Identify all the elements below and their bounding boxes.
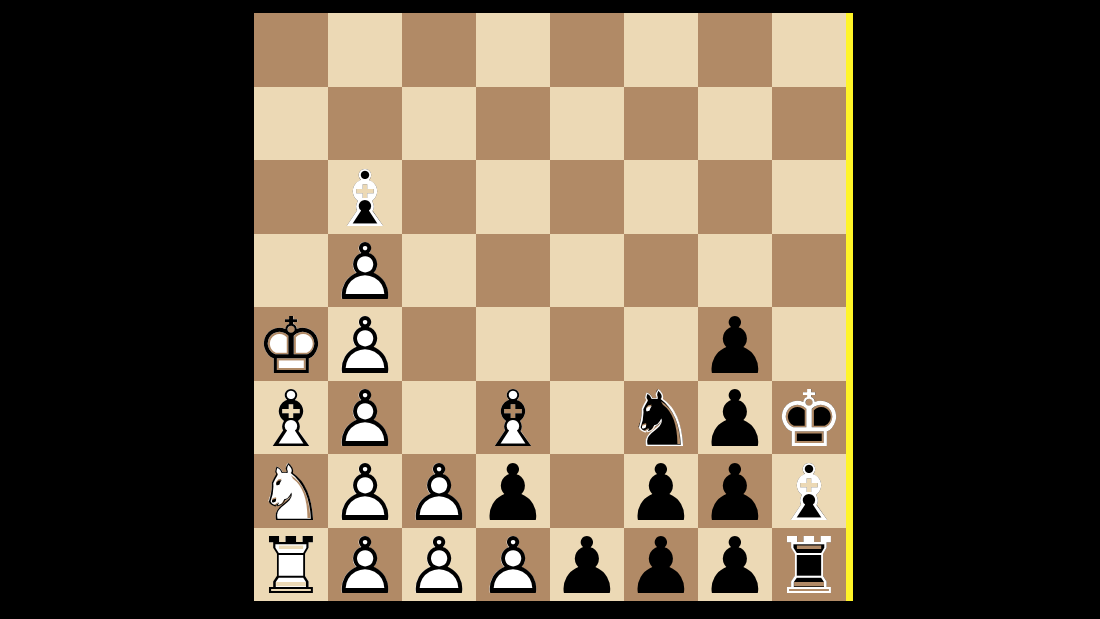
piece-white-pawn[interactable]: ♟♙ bbox=[402, 454, 476, 528]
square-c5[interactable] bbox=[402, 234, 476, 308]
square-b3[interactable]: ♟♙ bbox=[328, 381, 402, 455]
white-pawn-outline: ♙ bbox=[328, 234, 402, 308]
black-rook-outline: ♖ bbox=[772, 528, 846, 602]
square-h1[interactable]: ♜♖ bbox=[772, 528, 846, 602]
square-e7[interactable] bbox=[550, 87, 624, 161]
white-pawn-glyph: ♟ bbox=[328, 234, 402, 308]
white-pawn-glyph: ♟ bbox=[328, 528, 402, 602]
white-pawn-glyph: ♟ bbox=[328, 454, 402, 528]
black-king-glyph: ♚ bbox=[772, 381, 846, 455]
black-bishop-outline: ♗ bbox=[772, 454, 846, 528]
square-f3[interactable]: ♞♘ bbox=[624, 381, 698, 455]
piece-black-pawn[interactable]: ♟ bbox=[550, 528, 624, 602]
piece-white-bishop[interactable]: ♝♗ bbox=[476, 381, 550, 455]
black-bishop-glyph: ♝ bbox=[328, 160, 402, 234]
square-h4[interactable] bbox=[772, 307, 846, 381]
square-e5[interactable] bbox=[550, 234, 624, 308]
square-c6[interactable] bbox=[402, 160, 476, 234]
square-d6[interactable] bbox=[476, 160, 550, 234]
black-pawn-glyph: ♟ bbox=[550, 528, 624, 602]
square-d5[interactable] bbox=[476, 234, 550, 308]
piece-white-pawn[interactable]: ♟♙ bbox=[402, 528, 476, 602]
piece-black-bishop[interactable]: ♝♗ bbox=[772, 454, 846, 528]
square-g3[interactable]: ♟ bbox=[698, 381, 772, 455]
square-b8[interactable] bbox=[328, 13, 402, 87]
screen: ♝♗♟♙♚♔♟♙♟♝♗♟♙♝♗♞♘♟♚♔♞♘♟♙♟♙♟♟♟♝♗♜♖♟♙♟♙♟♙♟… bbox=[0, 0, 1100, 619]
square-a3[interactable]: ♝♗ bbox=[254, 381, 328, 455]
square-a6[interactable] bbox=[254, 160, 328, 234]
square-h8[interactable] bbox=[772, 13, 846, 87]
white-bishop-outline: ♗ bbox=[476, 381, 550, 455]
square-b4[interactable]: ♟♙ bbox=[328, 307, 402, 381]
chess-board: ♝♗♟♙♚♔♟♙♟♝♗♟♙♝♗♞♘♟♚♔♞♘♟♙♟♙♟♟♟♝♗♜♖♟♙♟♙♟♙♟… bbox=[254, 13, 846, 601]
black-bishop-outline: ♗ bbox=[328, 160, 402, 234]
black-knight-glyph: ♞ bbox=[624, 381, 698, 455]
black-pawn-glyph: ♟ bbox=[624, 528, 698, 602]
square-b7[interactable] bbox=[328, 87, 402, 161]
white-pawn-outline: ♙ bbox=[328, 307, 402, 381]
piece-black-king[interactable]: ♚♔ bbox=[772, 381, 846, 455]
black-pawn-glyph: ♟ bbox=[698, 307, 772, 381]
square-g7[interactable] bbox=[698, 87, 772, 161]
square-h5[interactable] bbox=[772, 234, 846, 308]
white-pawn-glyph: ♟ bbox=[402, 454, 476, 528]
piece-white-pawn[interactable]: ♟♙ bbox=[328, 381, 402, 455]
square-a4[interactable]: ♚♔ bbox=[254, 307, 328, 381]
black-king-outline: ♔ bbox=[772, 381, 846, 455]
white-king-outline: ♔ bbox=[254, 307, 328, 381]
square-g2[interactable]: ♟ bbox=[698, 454, 772, 528]
square-d2[interactable]: ♟ bbox=[476, 454, 550, 528]
white-knight-glyph: ♞ bbox=[254, 454, 328, 528]
piece-white-pawn[interactable]: ♟♙ bbox=[328, 528, 402, 602]
white-pawn-outline: ♙ bbox=[402, 454, 476, 528]
square-e3[interactable] bbox=[550, 381, 624, 455]
square-d1[interactable]: ♟♙ bbox=[476, 528, 550, 602]
piece-white-king[interactable]: ♚♔ bbox=[254, 307, 328, 381]
square-a7[interactable] bbox=[254, 87, 328, 161]
piece-white-rook[interactable]: ♜♖ bbox=[254, 528, 328, 602]
square-e6[interactable] bbox=[550, 160, 624, 234]
white-pawn-outline: ♙ bbox=[402, 528, 476, 602]
square-c4[interactable] bbox=[402, 307, 476, 381]
white-knight-outline: ♘ bbox=[254, 454, 328, 528]
piece-black-pawn[interactable]: ♟ bbox=[698, 528, 772, 602]
square-a2[interactable]: ♞♘ bbox=[254, 454, 328, 528]
white-pawn-outline: ♙ bbox=[328, 454, 402, 528]
square-b2[interactable]: ♟♙ bbox=[328, 454, 402, 528]
board-right-highlight-stripe bbox=[846, 13, 853, 601]
white-rook-outline: ♖ bbox=[254, 528, 328, 602]
square-e4[interactable] bbox=[550, 307, 624, 381]
white-pawn-outline: ♙ bbox=[328, 381, 402, 455]
white-pawn-glyph: ♟ bbox=[476, 528, 550, 602]
black-bishop-glyph: ♝ bbox=[772, 454, 846, 528]
piece-white-bishop[interactable]: ♝♗ bbox=[254, 381, 328, 455]
piece-black-bishop[interactable]: ♝♗ bbox=[328, 160, 402, 234]
square-g1[interactable]: ♟ bbox=[698, 528, 772, 602]
square-h6[interactable] bbox=[772, 160, 846, 234]
piece-black-pawn[interactable]: ♟ bbox=[476, 454, 550, 528]
square-f5[interactable] bbox=[624, 234, 698, 308]
white-pawn-glyph: ♟ bbox=[328, 381, 402, 455]
piece-black-rook[interactable]: ♜♖ bbox=[772, 528, 846, 602]
square-c2[interactable]: ♟♙ bbox=[402, 454, 476, 528]
black-pawn-glyph: ♟ bbox=[476, 454, 550, 528]
square-g8[interactable] bbox=[698, 13, 772, 87]
piece-black-pawn[interactable]: ♟ bbox=[698, 381, 772, 455]
piece-white-pawn[interactable]: ♟♙ bbox=[476, 528, 550, 602]
square-f8[interactable] bbox=[624, 13, 698, 87]
square-d7[interactable] bbox=[476, 87, 550, 161]
square-d8[interactable] bbox=[476, 13, 550, 87]
piece-white-pawn[interactable]: ♟♙ bbox=[328, 454, 402, 528]
piece-white-pawn[interactable]: ♟♙ bbox=[328, 307, 402, 381]
white-rook-glyph: ♜ bbox=[254, 528, 328, 602]
white-bishop-glyph: ♝ bbox=[254, 381, 328, 455]
black-pawn-glyph: ♟ bbox=[698, 454, 772, 528]
white-pawn-outline: ♙ bbox=[328, 528, 402, 602]
square-a8[interactable] bbox=[254, 13, 328, 87]
white-bishop-glyph: ♝ bbox=[476, 381, 550, 455]
square-g4[interactable]: ♟ bbox=[698, 307, 772, 381]
square-f4[interactable] bbox=[624, 307, 698, 381]
black-pawn-glyph: ♟ bbox=[698, 528, 772, 602]
piece-black-pawn[interactable]: ♟ bbox=[624, 454, 698, 528]
piece-black-pawn[interactable]: ♟ bbox=[698, 307, 772, 381]
piece-white-knight[interactable]: ♞♘ bbox=[254, 454, 328, 528]
square-f2[interactable]: ♟ bbox=[624, 454, 698, 528]
white-bishop-outline: ♗ bbox=[254, 381, 328, 455]
white-king-glyph: ♚ bbox=[254, 307, 328, 381]
square-b6[interactable]: ♝♗ bbox=[328, 160, 402, 234]
piece-black-pawn[interactable]: ♟ bbox=[624, 528, 698, 602]
square-b5[interactable]: ♟♙ bbox=[328, 234, 402, 308]
black-pawn-glyph: ♟ bbox=[624, 454, 698, 528]
square-g6[interactable] bbox=[698, 160, 772, 234]
square-g5[interactable] bbox=[698, 234, 772, 308]
square-h7[interactable] bbox=[772, 87, 846, 161]
square-c3[interactable] bbox=[402, 381, 476, 455]
square-c7[interactable] bbox=[402, 87, 476, 161]
piece-white-pawn[interactable]: ♟♙ bbox=[328, 234, 402, 308]
square-d3[interactable]: ♝♗ bbox=[476, 381, 550, 455]
black-knight-outline: ♘ bbox=[624, 381, 698, 455]
piece-black-knight[interactable]: ♞♘ bbox=[624, 381, 698, 455]
square-a1[interactable]: ♜♖ bbox=[254, 528, 328, 602]
square-f7[interactable] bbox=[624, 87, 698, 161]
black-rook-glyph: ♜ bbox=[772, 528, 846, 602]
square-f6[interactable] bbox=[624, 160, 698, 234]
piece-black-pawn[interactable]: ♟ bbox=[698, 454, 772, 528]
square-f1[interactable]: ♟ bbox=[624, 528, 698, 602]
white-pawn-glyph: ♟ bbox=[402, 528, 476, 602]
white-pawn-glyph: ♟ bbox=[328, 307, 402, 381]
square-e2[interactable] bbox=[550, 454, 624, 528]
white-pawn-outline: ♙ bbox=[476, 528, 550, 602]
square-c1[interactable]: ♟♙ bbox=[402, 528, 476, 602]
square-a5[interactable] bbox=[254, 234, 328, 308]
square-h3[interactable]: ♚♔ bbox=[772, 381, 846, 455]
black-pawn-glyph: ♟ bbox=[698, 381, 772, 455]
square-d4[interactable] bbox=[476, 307, 550, 381]
square-e1[interactable]: ♟ bbox=[550, 528, 624, 602]
square-h2[interactable]: ♝♗ bbox=[772, 454, 846, 528]
square-c8[interactable] bbox=[402, 13, 476, 87]
square-e8[interactable] bbox=[550, 13, 624, 87]
square-b1[interactable]: ♟♙ bbox=[328, 528, 402, 602]
